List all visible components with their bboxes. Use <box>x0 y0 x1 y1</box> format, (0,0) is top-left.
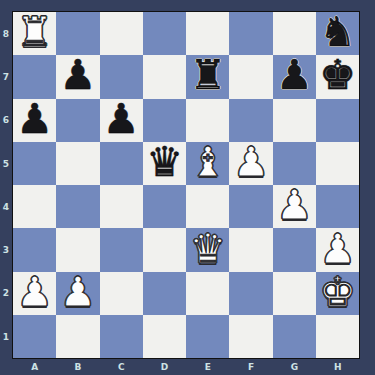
square-h1[interactable] <box>316 315 359 358</box>
square-d1[interactable] <box>143 315 186 358</box>
square-g3[interactable] <box>273 228 316 271</box>
board-frame: ♜♞♟♜♟♚♟♟♛♝♟♟♛♟♟♟♚ <box>12 11 360 359</box>
square-g5[interactable] <box>273 142 316 185</box>
square-f1[interactable] <box>229 315 272 358</box>
white-bishop-piece[interactable]: ♝ <box>189 141 226 184</box>
square-a6[interactable]: ♟ <box>13 99 56 142</box>
square-g2[interactable] <box>273 272 316 315</box>
square-f8[interactable] <box>229 12 272 55</box>
file-label-f: F <box>230 360 273 374</box>
black-rook-piece[interactable]: ♜ <box>189 54 226 97</box>
square-d4[interactable] <box>143 185 186 228</box>
square-e1[interactable] <box>186 315 229 358</box>
square-h8[interactable]: ♞ <box>316 12 359 55</box>
square-b3[interactable] <box>56 228 99 271</box>
file-label-c: C <box>100 360 143 374</box>
rank-label-3: 3 <box>0 229 12 272</box>
square-h6[interactable] <box>316 99 359 142</box>
square-e6[interactable] <box>186 99 229 142</box>
square-e8[interactable] <box>186 12 229 55</box>
square-c3[interactable] <box>100 228 143 271</box>
white-pawn-piece[interactable]: ♟ <box>233 141 270 184</box>
black-queen-piece[interactable]: ♛ <box>146 141 183 184</box>
square-a2[interactable]: ♟ <box>13 272 56 315</box>
square-d5[interactable]: ♛ <box>143 142 186 185</box>
black-pawn-piece[interactable]: ♟ <box>276 54 313 97</box>
square-c8[interactable] <box>100 12 143 55</box>
rank-label-1: 1 <box>0 315 12 358</box>
square-b8[interactable] <box>56 12 99 55</box>
square-h7[interactable]: ♚ <box>316 55 359 98</box>
rank-label-2: 2 <box>0 272 12 315</box>
square-b4[interactable] <box>56 185 99 228</box>
black-king-piece[interactable]: ♚ <box>319 54 356 97</box>
white-pawn-piece[interactable]: ♟ <box>276 184 313 227</box>
square-f7[interactable] <box>229 55 272 98</box>
square-d2[interactable] <box>143 272 186 315</box>
square-g4[interactable]: ♟ <box>273 185 316 228</box>
file-label-g: G <box>273 360 316 374</box>
black-pawn-piece[interactable]: ♟ <box>16 98 53 141</box>
file-label-h: H <box>316 360 359 374</box>
rank-label-8: 8 <box>0 12 12 55</box>
square-d3[interactable] <box>143 228 186 271</box>
square-b6[interactable] <box>56 99 99 142</box>
square-g1[interactable] <box>273 315 316 358</box>
chess-board: ♜♞♟♜♟♚♟♟♛♝♟♟♛♟♟♟♚ <box>13 12 359 358</box>
black-pawn-piece[interactable]: ♟ <box>103 98 140 141</box>
square-a8[interactable]: ♜ <box>13 12 56 55</box>
file-label-b: B <box>56 360 99 374</box>
square-b5[interactable] <box>56 142 99 185</box>
square-b7[interactable]: ♟ <box>56 55 99 98</box>
square-b2[interactable]: ♟ <box>56 272 99 315</box>
square-e3[interactable]: ♛ <box>186 228 229 271</box>
square-g8[interactable] <box>273 12 316 55</box>
square-a7[interactable] <box>13 55 56 98</box>
rank-label-5: 5 <box>0 142 12 185</box>
square-h4[interactable] <box>316 185 359 228</box>
square-f2[interactable] <box>229 272 272 315</box>
black-knight-piece[interactable]: ♞ <box>319 11 356 54</box>
square-d8[interactable] <box>143 12 186 55</box>
square-a5[interactable] <box>13 142 56 185</box>
square-a4[interactable] <box>13 185 56 228</box>
file-label-d: D <box>143 360 186 374</box>
rank-label-6: 6 <box>0 99 12 142</box>
square-e4[interactable] <box>186 185 229 228</box>
square-f5[interactable]: ♟ <box>229 142 272 185</box>
square-c7[interactable] <box>100 55 143 98</box>
white-queen-piece[interactable]: ♛ <box>189 228 226 271</box>
square-c2[interactable] <box>100 272 143 315</box>
square-f6[interactable] <box>229 99 272 142</box>
rank-label-4: 4 <box>0 185 12 228</box>
square-a3[interactable] <box>13 228 56 271</box>
square-h3[interactable]: ♟ <box>316 228 359 271</box>
white-rook-piece[interactable]: ♜ <box>16 11 53 54</box>
black-pawn-piece[interactable]: ♟ <box>60 54 97 97</box>
white-king-piece[interactable]: ♚ <box>319 271 356 314</box>
square-g7[interactable]: ♟ <box>273 55 316 98</box>
square-f3[interactable] <box>229 228 272 271</box>
square-c4[interactable] <box>100 185 143 228</box>
square-h5[interactable] <box>316 142 359 185</box>
square-e5[interactable]: ♝ <box>186 142 229 185</box>
square-e2[interactable] <box>186 272 229 315</box>
white-pawn-piece[interactable]: ♟ <box>16 271 53 314</box>
square-c5[interactable] <box>100 142 143 185</box>
file-label-e: E <box>186 360 229 374</box>
square-d6[interactable] <box>143 99 186 142</box>
square-d7[interactable] <box>143 55 186 98</box>
file-label-a: A <box>13 360 56 374</box>
chess-diagram: { "game": "chess", "position": { "fen_pi… <box>0 0 375 375</box>
rank-label-7: 7 <box>0 55 12 98</box>
white-pawn-piece[interactable]: ♟ <box>60 271 97 314</box>
square-c1[interactable] <box>100 315 143 358</box>
square-a1[interactable] <box>13 315 56 358</box>
square-g6[interactable] <box>273 99 316 142</box>
square-h2[interactable]: ♚ <box>316 272 359 315</box>
square-b1[interactable] <box>56 315 99 358</box>
square-f4[interactable] <box>229 185 272 228</box>
white-pawn-piece[interactable]: ♟ <box>319 228 356 271</box>
square-e7[interactable]: ♜ <box>186 55 229 98</box>
square-c6[interactable]: ♟ <box>100 99 143 142</box>
